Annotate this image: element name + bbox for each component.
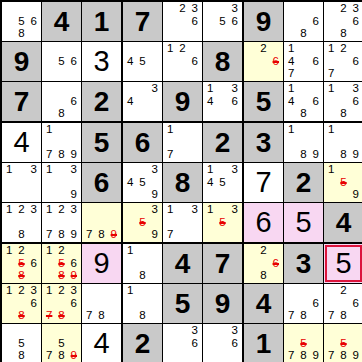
candidate-slot-9 [229,108,241,120]
candidate-slot-1: 1 [43,124,55,136]
candidate-slot-3: 3 [68,164,80,176]
candidate-6: 6 [31,16,37,28]
candidate-slot-2 [297,285,309,297]
candidate-grid: 356 [204,3,241,40]
candidate-slot-3 [149,245,161,257]
candidate-slot-3 [270,245,282,257]
candidate-slot-9 [350,108,362,120]
candidate-slot-2: 2 [55,204,67,216]
candidate-slot-7 [43,68,55,80]
candidate-slot-4: 4 [285,95,297,107]
candidate-slot-8 [216,229,228,241]
candidate-slot-2 [297,124,309,136]
candidate-1: 1 [328,124,334,136]
candidate-slot-6 [28,176,40,188]
candidate-grid: 123789 [43,204,80,241]
candidate-slot-5 [15,216,27,228]
cell-r8c3[interactable]: 78 [82,284,121,323]
candidate-slot-4 [325,136,337,148]
cell-r3c7[interactable]: 5 [244,82,283,121]
cell-r3c8[interactable]: 1468 [284,82,323,121]
cell-r3c6[interactable]: 1346 [203,82,242,121]
given-digit: 3 [256,129,272,157]
candidate-3: 3 [152,204,158,216]
candidate-4: 4 [288,56,294,68]
given-digit: 4 [54,8,70,36]
cell-r6c5[interactable]: 137 [163,203,202,242]
candidate-slot-8: 8 [297,28,309,40]
candidate-slot-4 [204,216,216,228]
cell-r3c2[interactable]: 68 [42,82,81,121]
candidate-slot-8: 8 [136,310,148,322]
candidate-slot-3 [350,164,362,176]
candidate-slot-7: 7 [43,229,55,241]
candidate-slot-9 [229,229,241,241]
cell-r5c5[interactable]: 8 [163,163,202,202]
cell-r4c3[interactable]: 5 [82,123,121,162]
cell-r8c4[interactable]: 18 [123,284,162,323]
candidate-slot-7 [43,108,55,120]
candidate-3: 3 [31,204,37,216]
cell-r6c8[interactable]: 5 [284,203,323,242]
cell-r5c7[interactable]: 7 [244,163,283,202]
solved-digit: 5 [295,208,311,237]
candidate-slot-4 [43,176,55,188]
cell-r1c7[interactable]: 9 [244,2,283,41]
box-3: 96823682614671267514681368 [244,2,362,121]
candidate-slot-6 [149,257,161,269]
cell-r5c8[interactable]: 2 [284,163,323,202]
candidate-4: 4 [207,177,213,189]
candidate-grid: 68 [285,3,322,40]
cell-r1c9[interactable]: 2368 [324,2,362,41]
cell-r7c8[interactable]: 3 [284,244,323,283]
cell-r7c4[interactable]: 18 [123,244,162,283]
candidate-grid: 1467 [285,43,322,80]
candidate-slot-1: 1 [43,164,55,176]
candidate-slot-5: 5 [55,257,67,269]
candidate-slot-6: 6 [310,297,322,309]
candidate-slot-4 [43,337,55,349]
candidate-1: 1 [167,204,173,216]
candidate-grid: 5789 [325,325,362,362]
candidate-slot-1: 1 [325,43,337,55]
candidate-6: 6 [71,298,77,310]
candidate-slot-6 [108,297,120,309]
candidate-slot-9 [229,350,241,362]
candidate-grid: 3459 [124,164,161,201]
candidate-slot-3 [68,43,80,55]
cell-r7c9[interactable]: 5 [324,244,362,283]
cell-r6c7[interactable]: 6 [244,203,283,242]
cell-r9c1[interactable]: 58 [2,324,41,362]
candidate-1: 1 [127,245,133,257]
candidate-slot-9 [270,68,282,80]
candidate-slot-1 [325,325,337,337]
candidate-1: 1 [46,164,52,176]
box-4: 4178951313961238123789789 [2,123,121,242]
cell-r9c6[interactable]: 36 [203,324,242,362]
candidate-slot-9: 9 [310,350,322,362]
candidate-slot-5 [176,337,188,349]
candidate-slot-8: 8 [55,229,67,241]
candidate-slot-5 [337,95,349,107]
candidate-slot-5 [297,15,309,27]
candidate-slot-2: 2 [337,43,349,55]
solved-digit: 4 [13,128,29,157]
candidate-1: 1 [167,124,173,136]
candidate-slot-7: 7 [43,350,55,362]
candidate-slot-7 [124,68,136,80]
candidate-slot-9 [28,28,40,40]
cell-r3c9[interactable]: 1368 [324,82,362,121]
candidate-slot-8 [176,68,188,80]
candidate-slot-3 [310,325,322,337]
candidate-slot-9 [270,270,282,282]
candidate-slot-2 [176,325,188,337]
candidate-3: 3 [192,204,198,216]
candidate-6: 6 [313,96,319,108]
solved-digit: 6 [255,208,271,237]
candidate-3: 3 [152,83,158,95]
candidate-grid: 135 [204,204,241,241]
cell-r9c5[interactable]: 36 [163,324,202,362]
candidate-8: 8 [300,28,306,40]
cell-r1c5[interactable]: 236 [163,2,202,41]
candidate-grid: 1267 [325,43,362,80]
cell-r8c5[interactable]: 5 [163,284,202,323]
cell-r8c2[interactable]: 123678 [42,284,81,323]
candidate-slot-1: 1 [285,124,297,136]
candidate-3: 3 [71,204,77,216]
candidate-slot-3 [108,285,120,297]
candidate-slot-6: 6 [68,297,80,309]
candidate-slot-4 [164,55,176,67]
given-digit: 5 [94,129,110,157]
candidate-1: 1 [6,285,12,297]
cell-r6c2[interactable]: 123789 [42,203,81,242]
cell-r1c4[interactable]: 7 [123,2,162,41]
cell-r4c1[interactable]: 4 [2,123,41,162]
cell-r2c7[interactable]: 26 [244,42,283,81]
candidate-slot-7 [325,189,337,201]
candidate-grid: 56 [43,43,80,80]
candidate-8: 8 [340,28,346,40]
candidate-slot-5: 5 [136,176,148,188]
cell-r4c5[interactable]: 17 [163,123,202,162]
candidate-slot-5 [216,95,228,107]
candidate-slot-6: 6 [189,15,201,27]
candidate-slot-5 [176,55,188,67]
candidate-grid: 2678 [325,285,362,322]
candidate-slot-5 [136,95,148,107]
candidate-slot-6: 6 [28,257,40,269]
candidate-8: 8 [300,108,306,120]
candidate-6-eliminated: 6 [273,258,279,270]
candidate-slot-3: 3 [68,204,80,216]
candidate-slot-2 [136,164,148,176]
candidate-slot-6 [310,136,322,148]
candidate-slot-6: 6 [28,297,40,309]
candidate-grid: 1789 [43,124,80,161]
cell-r9c4[interactable]: 2 [123,324,162,362]
cell-r6c9[interactable]: 4 [324,203,362,242]
cell-r2c6[interactable]: 8 [203,42,242,81]
candidate-7: 7 [46,149,52,161]
cell-r9c2[interactable]: 5789 [42,324,81,362]
cell-r5c6[interactable]: 1345 [203,163,242,202]
candidate-slot-2 [216,325,228,337]
candidate-slot-5: 5 [337,176,349,188]
candidate-slot-1: 1 [3,245,15,257]
candidate-grid: 189 [325,124,362,161]
candidate-slot-5: 5 [297,337,309,349]
candidate-7: 7 [328,350,334,362]
candidate-slot-5 [55,216,67,228]
candidate-slot-9 [350,28,362,40]
candidate-slot-4 [3,297,15,309]
candidate-3: 3 [232,164,238,176]
cell-r1c2[interactable]: 4 [42,2,81,41]
candidate-grid: 78 [83,285,120,322]
candidate-slot-3: 3 [229,164,241,176]
cell-r5c9[interactable]: 159 [324,163,362,202]
cell-r4c4[interactable]: 6 [123,123,162,162]
candidate-slot-3: 3 [149,83,161,95]
candidate-grid: 68 [43,83,80,120]
candidate-slot-3 [350,325,362,337]
candidate-6-eliminated: 6 [273,56,279,68]
cell-r4c8[interactable]: 189 [284,123,323,162]
candidate-2: 2 [340,3,346,15]
candidate-grid: 12368 [3,285,40,322]
cell-r2c1[interactable]: 9 [2,42,41,81]
candidate-slot-7 [43,189,55,201]
candidate-grid: 34 [124,83,161,120]
cell-r2c8[interactable]: 1467 [284,42,323,81]
candidate-slot-7 [204,189,216,201]
candidate-slot-9: 9 [310,149,322,161]
candidate-slot-3 [189,124,201,136]
candidate-slot-9: 9 [108,229,120,241]
candidate-slot-9 [350,310,362,322]
candidate-slot-2: 2 [337,285,349,297]
candidate-grid: 137 [164,204,201,241]
candidate-slot-8: 8 [337,28,349,40]
cell-r6c6[interactable]: 135 [203,203,242,242]
candidate-slot-1: 1 [164,124,176,136]
candidate-slot-8: 8 [297,108,309,120]
candidate-slot-2: 2 [337,3,349,15]
candidate-slot-2 [337,83,349,95]
candidate-2: 2 [58,245,64,257]
candidate-9: 9 [353,149,359,161]
candidate-slot-6 [149,297,161,309]
candidate-slot-7: 7 [164,229,176,241]
candidate-slot-4 [325,337,337,349]
candidate-slot-3: 3 [28,204,40,216]
candidate-slot-8: 8 [257,270,269,282]
candidate-slot-2: 2 [176,3,188,15]
cell-r6c3[interactable]: 789 [82,203,121,242]
candidate-slot-1: 1 [325,124,337,136]
cell-r8c9[interactable]: 2678 [324,284,362,323]
given-digit: 7 [215,250,231,278]
candidate-5-eliminated: 5 [340,338,346,350]
cell-r9c3[interactable]: 4 [82,324,121,362]
candidate-slot-1 [285,3,297,15]
solved-digit: 4 [93,329,109,358]
cell-r7c6[interactable]: 7 [203,244,242,283]
cell-r9c7[interactable]: 1 [244,324,283,362]
cell-r4c9[interactable]: 189 [324,123,362,162]
candidate-slot-9: 9 [350,149,362,161]
cell-r5c4[interactable]: 3459 [123,163,162,202]
cell-r6c1[interactable]: 1238 [2,203,41,242]
candidate-5: 5 [18,16,24,28]
candidate-slot-4 [164,136,176,148]
cell-r2c3[interactable]: 3 [82,42,121,81]
cell-r7c5[interactable]: 4 [163,244,202,283]
candidate-grid: 1468 [285,83,322,120]
cell-r2c4[interactable]: 45 [123,42,162,81]
candidate-6: 6 [71,96,77,108]
candidate-slot-7 [204,108,216,120]
candidate-7-eliminated: 7 [46,310,52,322]
cell-r8c8[interactable]: 678 [284,284,323,323]
candidate-slot-8 [216,28,228,40]
candidate-9: 9 [353,189,359,201]
candidate-slot-5 [176,136,188,148]
cell-r8c1[interactable]: 12368 [2,284,41,323]
cell-r1c1[interactable]: 568 [2,2,41,41]
candidate-slot-7 [325,108,337,120]
candidate-slot-1 [285,325,297,337]
candidate-3: 3 [232,204,238,216]
candidate-slot-1: 1 [204,164,216,176]
candidate-slot-5 [337,55,349,67]
candidate-slot-5 [136,257,148,269]
cell-r7c3[interactable]: 9 [82,244,121,283]
candidate-slot-7 [3,310,15,322]
candidate-slot-8 [15,189,27,201]
candidate-7: 7 [167,229,173,241]
candidate-slot-6: 6 [189,55,201,67]
given-digit: 1 [94,8,110,36]
candidate-slot-5: 5 [216,176,228,188]
cell-r5c2[interactable]: 139 [42,163,81,202]
candidate-3: 3 [71,164,77,176]
cell-r7c1[interactable]: 12568 [2,244,41,283]
candidate-7: 7 [288,310,294,322]
candidate-1: 1 [6,204,12,216]
cell-r3c3[interactable]: 2 [82,82,121,121]
cell-r1c3[interactable]: 1 [82,2,121,41]
candidate-slot-7: 7 [83,310,95,322]
candidate-slot-1: 1 [124,245,136,257]
candidate-slot-4: 4 [124,176,136,188]
candidate-slot-6: 6 [229,95,241,107]
box-6: 318918972159654 [244,123,362,242]
candidate-8-eliminated: 8 [58,310,64,322]
candidate-slot-5 [176,216,188,228]
candidate-slot-7 [124,189,136,201]
candidate-slot-8: 8 [55,270,67,282]
candidate-1: 1 [288,124,294,136]
candidate-grid: 568 [3,3,40,40]
candidate-slot-5 [55,95,67,107]
candidate-7: 7 [86,229,92,241]
cell-r1c8[interactable]: 68 [284,2,323,41]
candidate-grid: 12568 [3,245,40,282]
cell-r8c7[interactable]: 4 [244,284,283,323]
cell-r7c2[interactable]: 125689 [42,244,81,283]
candidate-slot-4 [245,257,257,269]
candidate-slot-4 [124,216,136,228]
candidate-slot-8: 8 [15,310,27,322]
candidate-grid: 5789 [285,325,322,362]
cell-r8c6[interactable]: 9 [203,284,242,323]
candidate-slot-1 [83,204,95,216]
cell-r1c6[interactable]: 356 [203,2,242,41]
candidate-slot-2 [15,3,27,15]
cell-r9c8[interactable]: 5789 [284,324,323,362]
cell-r5c3[interactable]: 6 [82,163,121,202]
candidate-slot-1: 1 [164,43,176,55]
candidate-2: 2 [179,3,185,15]
cell-r2c5[interactable]: 126 [163,42,202,81]
cell-r5c1[interactable]: 13 [2,163,41,202]
candidate-4: 4 [288,96,294,108]
candidate-slot-5 [55,136,67,148]
cell-r9c9[interactable]: 5789 [324,324,362,362]
candidate-grid: 36 [164,325,201,362]
cell-r7c7[interactable]: 268 [244,244,283,283]
candidate-slot-9 [229,189,241,201]
candidate-slot-8: 8 [95,229,107,241]
cell-r4c7[interactable]: 3 [244,123,283,162]
candidate-slot-4 [3,176,15,188]
cell-r4c6[interactable]: 2 [203,123,242,162]
candidate-grid: 18 [124,245,161,282]
candidate-8: 8 [18,28,24,40]
cell-r4c2[interactable]: 1789 [42,123,81,162]
candidate-slot-3: 3 [68,285,80,297]
candidate-8: 8 [58,108,64,120]
candidate-slot-8: 8 [297,350,309,362]
cell-r3c1[interactable]: 7 [2,82,41,121]
candidate-2: 2 [340,285,346,297]
candidate-slot-9 [68,108,80,120]
candidate-slot-6 [68,176,80,188]
given-digit: 2 [296,169,312,197]
candidate-slot-4: 4 [204,176,216,188]
candidate-3: 3 [353,3,359,15]
candidate-slot-4 [43,297,55,309]
candidate-slot-2 [136,285,148,297]
candidate-slot-6 [149,176,161,188]
cell-r3c4[interactable]: 34 [123,82,162,121]
cell-r2c2[interactable]: 56 [42,42,81,81]
candidate-8: 8 [300,350,306,362]
candidate-slot-8: 8 [15,28,27,40]
cell-r6c4[interactable]: 359 [123,203,162,242]
cell-r2c9[interactable]: 1267 [324,42,362,81]
cell-r3c5[interactable]: 9 [163,82,202,121]
candidate-slot-7: 7 [83,229,95,241]
given-digit: 4 [336,209,352,237]
candidate-slot-4 [3,337,15,349]
